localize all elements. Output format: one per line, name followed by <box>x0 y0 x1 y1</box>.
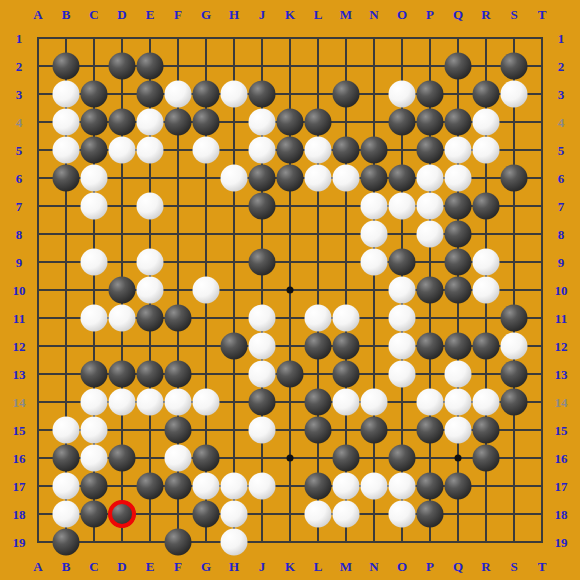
intersection-D3[interactable] <box>108 80 136 108</box>
intersection-B5[interactable] <box>52 136 80 164</box>
intersection-P7[interactable] <box>416 192 444 220</box>
intersection-T5[interactable] <box>528 136 556 164</box>
intersection-E19[interactable] <box>136 528 164 556</box>
intersection-L11[interactable] <box>304 304 332 332</box>
intersection-Q19[interactable] <box>444 528 472 556</box>
intersection-D7[interactable] <box>108 192 136 220</box>
intersection-L13[interactable] <box>304 360 332 388</box>
intersection-A12[interactable] <box>24 332 52 360</box>
intersection-J1[interactable] <box>248 24 276 52</box>
intersection-H13[interactable] <box>220 360 248 388</box>
intersection-C1[interactable] <box>80 24 108 52</box>
intersection-E13[interactable] <box>136 360 164 388</box>
intersection-B16[interactable] <box>52 444 80 472</box>
intersection-O9[interactable] <box>388 248 416 276</box>
intersection-L19[interactable] <box>304 528 332 556</box>
intersection-C3[interactable] <box>80 80 108 108</box>
intersection-L2[interactable] <box>304 52 332 80</box>
intersection-G19[interactable] <box>192 528 220 556</box>
intersection-S15[interactable] <box>500 416 528 444</box>
intersection-F16[interactable] <box>164 444 192 472</box>
intersection-H7[interactable] <box>220 192 248 220</box>
intersection-C6[interactable] <box>80 164 108 192</box>
intersection-P5[interactable] <box>416 136 444 164</box>
intersection-R13[interactable] <box>472 360 500 388</box>
intersection-Q7[interactable] <box>444 192 472 220</box>
intersection-K11[interactable] <box>276 304 304 332</box>
intersection-H12[interactable] <box>220 332 248 360</box>
intersection-G18[interactable] <box>192 500 220 528</box>
intersection-F10[interactable] <box>164 276 192 304</box>
intersection-S3[interactable] <box>500 80 528 108</box>
intersection-A15[interactable] <box>24 416 52 444</box>
intersection-N14[interactable] <box>360 388 388 416</box>
intersection-F18[interactable] <box>164 500 192 528</box>
intersection-P3[interactable] <box>416 80 444 108</box>
intersection-R15[interactable] <box>472 416 500 444</box>
intersection-T18[interactable] <box>528 500 556 528</box>
intersection-L14[interactable] <box>304 388 332 416</box>
intersection-L17[interactable] <box>304 472 332 500</box>
intersection-N15[interactable] <box>360 416 388 444</box>
intersection-T2[interactable] <box>528 52 556 80</box>
intersection-M13[interactable] <box>332 360 360 388</box>
intersection-D10[interactable] <box>108 276 136 304</box>
intersection-B2[interactable] <box>52 52 80 80</box>
intersection-N16[interactable] <box>360 444 388 472</box>
intersection-N2[interactable] <box>360 52 388 80</box>
intersection-S5[interactable] <box>500 136 528 164</box>
intersection-O13[interactable] <box>388 360 416 388</box>
intersection-F9[interactable] <box>164 248 192 276</box>
intersection-D18[interactable] <box>108 500 136 528</box>
intersection-A18[interactable] <box>24 500 52 528</box>
intersection-D9[interactable] <box>108 248 136 276</box>
intersection-M16[interactable] <box>332 444 360 472</box>
intersection-J14[interactable] <box>248 388 276 416</box>
intersection-C14[interactable] <box>80 388 108 416</box>
intersection-D1[interactable] <box>108 24 136 52</box>
intersection-B10[interactable] <box>52 276 80 304</box>
intersection-L16[interactable] <box>304 444 332 472</box>
intersection-G10[interactable] <box>192 276 220 304</box>
intersection-Q16[interactable] <box>444 444 472 472</box>
intersection-P11[interactable] <box>416 304 444 332</box>
intersection-B3[interactable] <box>52 80 80 108</box>
intersection-J5[interactable] <box>248 136 276 164</box>
intersection-N6[interactable] <box>360 164 388 192</box>
intersection-R12[interactable] <box>472 332 500 360</box>
intersection-E18[interactable] <box>136 500 164 528</box>
intersection-K16[interactable] <box>276 444 304 472</box>
intersection-H4[interactable] <box>220 108 248 136</box>
intersection-G8[interactable] <box>192 220 220 248</box>
intersection-Q8[interactable] <box>444 220 472 248</box>
intersection-P13[interactable] <box>416 360 444 388</box>
intersection-G14[interactable] <box>192 388 220 416</box>
intersection-D19[interactable] <box>108 528 136 556</box>
intersection-H19[interactable] <box>220 528 248 556</box>
intersection-H5[interactable] <box>220 136 248 164</box>
intersection-S13[interactable] <box>500 360 528 388</box>
intersection-E11[interactable] <box>136 304 164 332</box>
intersection-L6[interactable] <box>304 164 332 192</box>
intersection-T19[interactable] <box>528 528 556 556</box>
intersection-H18[interactable] <box>220 500 248 528</box>
intersection-P19[interactable] <box>416 528 444 556</box>
intersection-T16[interactable] <box>528 444 556 472</box>
intersection-S10[interactable] <box>500 276 528 304</box>
intersection-B6[interactable] <box>52 164 80 192</box>
intersection-Q2[interactable] <box>444 52 472 80</box>
intersection-B14[interactable] <box>52 388 80 416</box>
intersection-K17[interactable] <box>276 472 304 500</box>
intersection-R5[interactable] <box>472 136 500 164</box>
intersection-C13[interactable] <box>80 360 108 388</box>
intersection-N13[interactable] <box>360 360 388 388</box>
intersection-S11[interactable] <box>500 304 528 332</box>
intersection-F8[interactable] <box>164 220 192 248</box>
intersection-K18[interactable] <box>276 500 304 528</box>
intersection-A3[interactable] <box>24 80 52 108</box>
intersection-H16[interactable] <box>220 444 248 472</box>
intersection-Q18[interactable] <box>444 500 472 528</box>
intersection-E9[interactable] <box>136 248 164 276</box>
intersection-B17[interactable] <box>52 472 80 500</box>
intersection-M12[interactable] <box>332 332 360 360</box>
intersection-G13[interactable] <box>192 360 220 388</box>
intersection-A9[interactable] <box>24 248 52 276</box>
intersection-H10[interactable] <box>220 276 248 304</box>
intersection-S7[interactable] <box>500 192 528 220</box>
intersection-G16[interactable] <box>192 444 220 472</box>
intersection-T6[interactable] <box>528 164 556 192</box>
intersection-H6[interactable] <box>220 164 248 192</box>
intersection-F2[interactable] <box>164 52 192 80</box>
intersection-S1[interactable] <box>500 24 528 52</box>
intersection-D8[interactable] <box>108 220 136 248</box>
intersection-C7[interactable] <box>80 192 108 220</box>
intersection-E12[interactable] <box>136 332 164 360</box>
intersection-T9[interactable] <box>528 248 556 276</box>
intersection-F13[interactable] <box>164 360 192 388</box>
intersection-E7[interactable] <box>136 192 164 220</box>
intersection-N4[interactable] <box>360 108 388 136</box>
intersection-N17[interactable] <box>360 472 388 500</box>
intersection-J12[interactable] <box>248 332 276 360</box>
intersection-R16[interactable] <box>472 444 500 472</box>
intersection-S8[interactable] <box>500 220 528 248</box>
intersection-D5[interactable] <box>108 136 136 164</box>
intersection-T10[interactable] <box>528 276 556 304</box>
intersection-B15[interactable] <box>52 416 80 444</box>
intersection-P12[interactable] <box>416 332 444 360</box>
intersection-M3[interactable] <box>332 80 360 108</box>
intersection-T11[interactable] <box>528 304 556 332</box>
intersection-Q17[interactable] <box>444 472 472 500</box>
intersection-N8[interactable] <box>360 220 388 248</box>
intersection-Q12[interactable] <box>444 332 472 360</box>
intersection-O2[interactable] <box>388 52 416 80</box>
intersection-S12[interactable] <box>500 332 528 360</box>
intersection-H1[interactable] <box>220 24 248 52</box>
intersection-O17[interactable] <box>388 472 416 500</box>
intersection-E4[interactable] <box>136 108 164 136</box>
intersection-A17[interactable] <box>24 472 52 500</box>
intersection-R2[interactable] <box>472 52 500 80</box>
intersection-K6[interactable] <box>276 164 304 192</box>
intersection-O5[interactable] <box>388 136 416 164</box>
intersection-O16[interactable] <box>388 444 416 472</box>
intersection-E14[interactable] <box>136 388 164 416</box>
intersection-R7[interactable] <box>472 192 500 220</box>
intersection-G2[interactable] <box>192 52 220 80</box>
intersection-J17[interactable] <box>248 472 276 500</box>
intersection-J18[interactable] <box>248 500 276 528</box>
intersection-A13[interactable] <box>24 360 52 388</box>
intersection-B7[interactable] <box>52 192 80 220</box>
intersection-G11[interactable] <box>192 304 220 332</box>
intersection-O15[interactable] <box>388 416 416 444</box>
intersection-O18[interactable] <box>388 500 416 528</box>
intersection-N1[interactable] <box>360 24 388 52</box>
intersection-A6[interactable] <box>24 164 52 192</box>
intersection-H11[interactable] <box>220 304 248 332</box>
intersection-K4[interactable] <box>276 108 304 136</box>
intersection-N19[interactable] <box>360 528 388 556</box>
intersection-S18[interactable] <box>500 500 528 528</box>
intersection-B1[interactable] <box>52 24 80 52</box>
intersection-J16[interactable] <box>248 444 276 472</box>
intersection-D17[interactable] <box>108 472 136 500</box>
intersection-R8[interactable] <box>472 220 500 248</box>
intersection-P14[interactable] <box>416 388 444 416</box>
intersection-S2[interactable] <box>500 52 528 80</box>
intersection-D16[interactable] <box>108 444 136 472</box>
intersection-M17[interactable] <box>332 472 360 500</box>
intersection-O6[interactable] <box>388 164 416 192</box>
intersection-S6[interactable] <box>500 164 528 192</box>
intersection-D4[interactable] <box>108 108 136 136</box>
intersection-R10[interactable] <box>472 276 500 304</box>
intersection-T1[interactable] <box>528 24 556 52</box>
intersection-C8[interactable] <box>80 220 108 248</box>
intersection-P6[interactable] <box>416 164 444 192</box>
intersection-O8[interactable] <box>388 220 416 248</box>
intersection-C11[interactable] <box>80 304 108 332</box>
intersection-N12[interactable] <box>360 332 388 360</box>
intersection-S19[interactable] <box>500 528 528 556</box>
intersection-C4[interactable] <box>80 108 108 136</box>
intersection-R3[interactable] <box>472 80 500 108</box>
intersection-J6[interactable] <box>248 164 276 192</box>
intersection-E1[interactable] <box>136 24 164 52</box>
intersection-E15[interactable] <box>136 416 164 444</box>
intersection-P4[interactable] <box>416 108 444 136</box>
intersection-T12[interactable] <box>528 332 556 360</box>
intersection-M4[interactable] <box>332 108 360 136</box>
intersection-L9[interactable] <box>304 248 332 276</box>
intersection-P17[interactable] <box>416 472 444 500</box>
intersection-A5[interactable] <box>24 136 52 164</box>
intersection-J11[interactable] <box>248 304 276 332</box>
intersection-Q9[interactable] <box>444 248 472 276</box>
intersection-B4[interactable] <box>52 108 80 136</box>
intersection-T14[interactable] <box>528 388 556 416</box>
intersection-N3[interactable] <box>360 80 388 108</box>
intersection-K1[interactable] <box>276 24 304 52</box>
intersection-P1[interactable] <box>416 24 444 52</box>
intersection-B13[interactable] <box>52 360 80 388</box>
intersection-H15[interactable] <box>220 416 248 444</box>
intersection-S17[interactable] <box>500 472 528 500</box>
intersection-O10[interactable] <box>388 276 416 304</box>
intersection-Q14[interactable] <box>444 388 472 416</box>
intersection-H9[interactable] <box>220 248 248 276</box>
intersection-F5[interactable] <box>164 136 192 164</box>
intersection-Q3[interactable] <box>444 80 472 108</box>
intersection-Q5[interactable] <box>444 136 472 164</box>
intersection-E2[interactable] <box>136 52 164 80</box>
intersection-C10[interactable] <box>80 276 108 304</box>
intersection-M11[interactable] <box>332 304 360 332</box>
intersection-M9[interactable] <box>332 248 360 276</box>
intersection-C2[interactable] <box>80 52 108 80</box>
intersection-P10[interactable] <box>416 276 444 304</box>
intersection-F15[interactable] <box>164 416 192 444</box>
intersection-L15[interactable] <box>304 416 332 444</box>
intersection-D13[interactable] <box>108 360 136 388</box>
intersection-B18[interactable] <box>52 500 80 528</box>
intersection-L18[interactable] <box>304 500 332 528</box>
intersection-K2[interactable] <box>276 52 304 80</box>
intersection-J15[interactable] <box>248 416 276 444</box>
intersection-R6[interactable] <box>472 164 500 192</box>
intersection-Q13[interactable] <box>444 360 472 388</box>
intersection-G5[interactable] <box>192 136 220 164</box>
intersection-D6[interactable] <box>108 164 136 192</box>
intersection-N10[interactable] <box>360 276 388 304</box>
intersection-G12[interactable] <box>192 332 220 360</box>
intersection-G3[interactable] <box>192 80 220 108</box>
intersection-B12[interactable] <box>52 332 80 360</box>
intersection-Q1[interactable] <box>444 24 472 52</box>
intersection-R1[interactable] <box>472 24 500 52</box>
intersection-G6[interactable] <box>192 164 220 192</box>
intersection-L7[interactable] <box>304 192 332 220</box>
intersection-J8[interactable] <box>248 220 276 248</box>
intersection-T4[interactable] <box>528 108 556 136</box>
intersection-L3[interactable] <box>304 80 332 108</box>
intersection-J13[interactable] <box>248 360 276 388</box>
intersection-M8[interactable] <box>332 220 360 248</box>
intersection-B11[interactable] <box>52 304 80 332</box>
intersection-A7[interactable] <box>24 192 52 220</box>
intersection-C15[interactable] <box>80 416 108 444</box>
intersection-D14[interactable] <box>108 388 136 416</box>
intersection-L1[interactable] <box>304 24 332 52</box>
intersection-G15[interactable] <box>192 416 220 444</box>
intersection-O19[interactable] <box>388 528 416 556</box>
intersection-K9[interactable] <box>276 248 304 276</box>
intersection-L12[interactable] <box>304 332 332 360</box>
intersection-T17[interactable] <box>528 472 556 500</box>
intersection-M1[interactable] <box>332 24 360 52</box>
intersection-R11[interactable] <box>472 304 500 332</box>
intersection-M7[interactable] <box>332 192 360 220</box>
intersection-C18[interactable] <box>80 500 108 528</box>
intersection-D15[interactable] <box>108 416 136 444</box>
intersection-J10[interactable] <box>248 276 276 304</box>
intersection-D11[interactable] <box>108 304 136 332</box>
intersection-D12[interactable] <box>108 332 136 360</box>
intersection-E5[interactable] <box>136 136 164 164</box>
intersection-C5[interactable] <box>80 136 108 164</box>
intersection-K13[interactable] <box>276 360 304 388</box>
intersection-J19[interactable] <box>248 528 276 556</box>
intersection-F12[interactable] <box>164 332 192 360</box>
intersection-T7[interactable] <box>528 192 556 220</box>
intersection-B8[interactable] <box>52 220 80 248</box>
intersection-B9[interactable] <box>52 248 80 276</box>
intersection-A19[interactable] <box>24 528 52 556</box>
intersection-E3[interactable] <box>136 80 164 108</box>
intersection-Q10[interactable] <box>444 276 472 304</box>
intersection-G1[interactable] <box>192 24 220 52</box>
intersection-M19[interactable] <box>332 528 360 556</box>
intersection-Q4[interactable] <box>444 108 472 136</box>
intersection-F17[interactable] <box>164 472 192 500</box>
intersection-T8[interactable] <box>528 220 556 248</box>
intersection-T15[interactable] <box>528 416 556 444</box>
intersection-L8[interactable] <box>304 220 332 248</box>
intersection-L10[interactable] <box>304 276 332 304</box>
intersection-F6[interactable] <box>164 164 192 192</box>
intersection-E8[interactable] <box>136 220 164 248</box>
intersection-R4[interactable] <box>472 108 500 136</box>
intersection-J7[interactable] <box>248 192 276 220</box>
intersection-P18[interactable] <box>416 500 444 528</box>
intersection-B19[interactable] <box>52 528 80 556</box>
intersection-O3[interactable] <box>388 80 416 108</box>
intersection-M14[interactable] <box>332 388 360 416</box>
intersection-G4[interactable] <box>192 108 220 136</box>
intersection-N18[interactable] <box>360 500 388 528</box>
intersection-J4[interactable] <box>248 108 276 136</box>
intersection-M10[interactable] <box>332 276 360 304</box>
intersection-H3[interactable] <box>220 80 248 108</box>
intersection-T3[interactable] <box>528 80 556 108</box>
intersection-Q11[interactable] <box>444 304 472 332</box>
intersection-J3[interactable] <box>248 80 276 108</box>
intersection-C9[interactable] <box>80 248 108 276</box>
intersection-A2[interactable] <box>24 52 52 80</box>
intersection-O4[interactable] <box>388 108 416 136</box>
intersection-E17[interactable] <box>136 472 164 500</box>
intersection-R14[interactable] <box>472 388 500 416</box>
intersection-A14[interactable] <box>24 388 52 416</box>
intersection-C16[interactable] <box>80 444 108 472</box>
intersection-F3[interactable] <box>164 80 192 108</box>
intersection-H2[interactable] <box>220 52 248 80</box>
intersection-E6[interactable] <box>136 164 164 192</box>
intersection-C17[interactable] <box>80 472 108 500</box>
intersection-F14[interactable] <box>164 388 192 416</box>
intersection-M5[interactable] <box>332 136 360 164</box>
intersection-F4[interactable] <box>164 108 192 136</box>
intersection-R18[interactable] <box>472 500 500 528</box>
intersection-E10[interactable] <box>136 276 164 304</box>
